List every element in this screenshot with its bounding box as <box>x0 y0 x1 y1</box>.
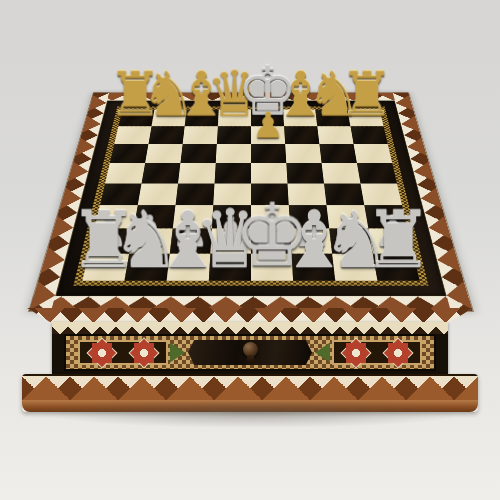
drawer-mosaic-panel-right <box>332 340 422 365</box>
square-g6[interactable] <box>319 144 357 163</box>
square-h6[interactable] <box>354 144 393 163</box>
square-d5[interactable] <box>215 163 251 183</box>
box-front <box>52 322 448 374</box>
mosaic-star-icon <box>385 340 411 366</box>
square-f5[interactable] <box>286 163 324 183</box>
mosaic-star-icon <box>131 340 157 366</box>
board-front-bevel <box>27 308 473 323</box>
drawer-front <box>64 334 436 371</box>
square-b5[interactable] <box>142 163 181 183</box>
square-a5[interactable] <box>105 163 145 183</box>
square-b6[interactable] <box>145 144 183 163</box>
green-triangle-inlay-icon <box>170 343 185 363</box>
square-h1[interactable]: ♜ <box>373 254 420 281</box>
chess-box-top: ♜♞♝♛♚♝♞♜♟♟♟♟♟♟♟♟♟♜♞♝♛♚♝♞♜ <box>28 90 472 312</box>
square-a6[interactable] <box>110 144 149 163</box>
silver-rook[interactable]: ♜ <box>363 201 433 279</box>
board-grid: ♜♞♝♛♚♝♞♜♟♟♟♟♟♟♟♟♟♜♞♝♛♚♝♞♜ <box>82 109 419 280</box>
square-h7[interactable] <box>350 126 387 144</box>
green-triangle-inlay-icon <box>315 343 330 363</box>
drop-shadow <box>36 402 472 428</box>
square-a7[interactable] <box>114 126 151 144</box>
square-c7[interactable] <box>183 126 218 144</box>
board-surface: ♜♞♝♛♚♝♞♜♟♟♟♟♟♟♟♟♟♜♞♝♛♚♝♞♜ <box>28 92 474 312</box>
square-g7[interactable] <box>317 126 353 144</box>
square-d7[interactable] <box>217 126 251 144</box>
plinth-triangle-inlay <box>22 374 478 400</box>
square-c6[interactable] <box>180 144 216 163</box>
square-d6[interactable] <box>216 144 251 163</box>
mosaic-star-icon <box>343 340 369 366</box>
drawer-rail-triangles <box>52 322 448 334</box>
square-f6[interactable] <box>285 144 321 163</box>
square-h8[interactable]: ♜ <box>347 109 383 126</box>
square-f7[interactable] <box>284 126 319 144</box>
square-e5[interactable] <box>251 163 287 183</box>
square-h5[interactable] <box>357 163 397 183</box>
square-e7[interactable]: ♟ <box>251 126 285 144</box>
gold-pawn[interactable]: ♟ <box>252 108 284 144</box>
square-g5[interactable] <box>322 163 361 183</box>
photo-backdrop: ♜♞♝♛♚♝♞♜♟♟♟♟♟♟♟♟♟♜♞♝♛♚♝♞♜ <box>0 0 500 500</box>
square-e6[interactable] <box>251 144 286 163</box>
drawer-knob[interactable] <box>243 342 258 357</box>
square-c5[interactable] <box>178 163 216 183</box>
gold-rook[interactable]: ♜ <box>339 64 394 126</box>
drawer-mosaic-panel-left <box>78 340 168 365</box>
mosaic-star-icon <box>89 340 115 366</box>
square-b7[interactable] <box>148 126 184 144</box>
